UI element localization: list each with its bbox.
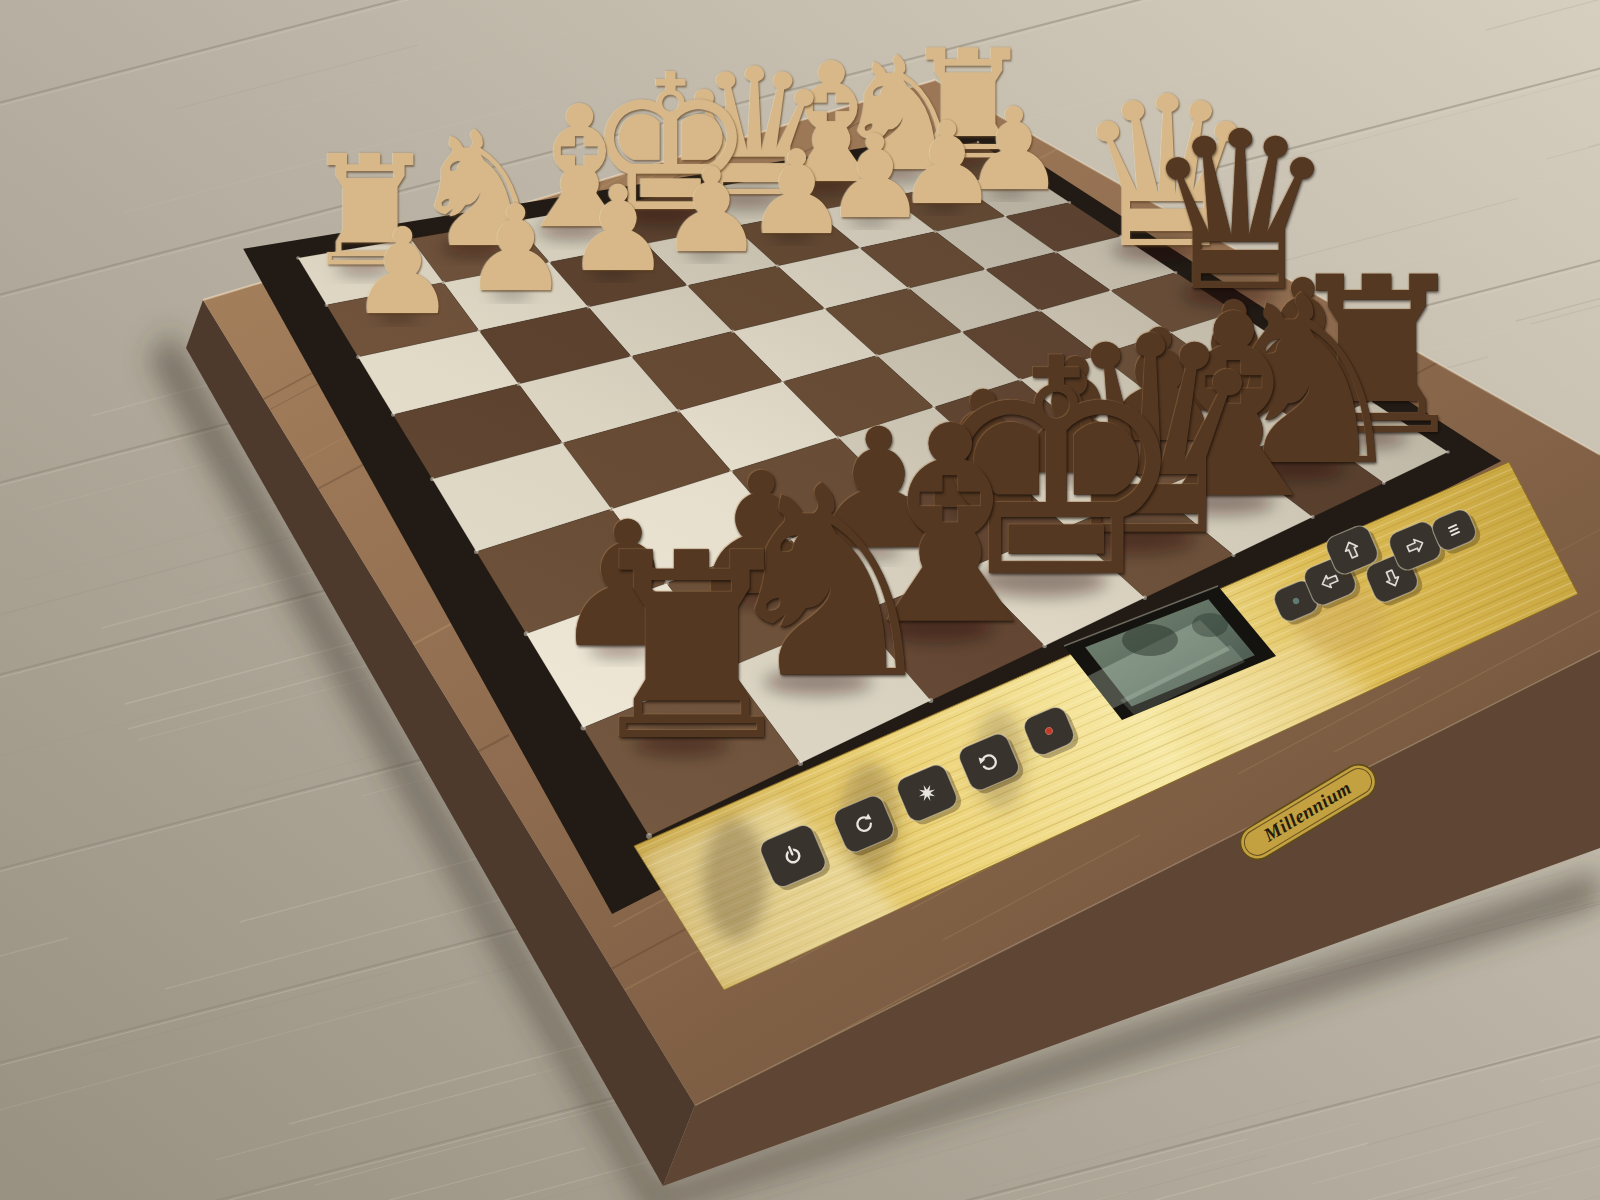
piece-wP-e2[interactable]: ♟ [659,152,764,269]
chess-computer-photo: Millennium ♜♞♝♟♛♟♚♟♝♟♞♛♟♜♟♟♛♟♟♟♜♟♞♟♝♟♛♟♚… [0,0,1600,1200]
piece-bR-h8[interactable]: ♜ [577,519,807,776]
piece-wP-g2[interactable]: ♟ [463,190,570,309]
piece-wP-f2[interactable]: ♟ [565,170,671,288]
piece-wP-h2[interactable]: ♟ [350,213,457,332]
